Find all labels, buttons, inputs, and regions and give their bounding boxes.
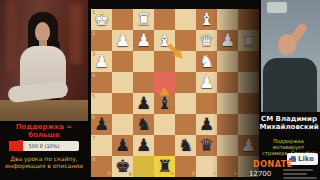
- piece-wP-f2[interactable]: ♟: [133, 30, 154, 51]
- donation-counter: 12700: [249, 170, 283, 178]
- square-b3[interactable]: [217, 51, 238, 72]
- square-e2[interactable]: ♝: [154, 30, 175, 51]
- piece-bB-e5[interactable]: ♝: [154, 93, 175, 114]
- lessons-promo-line1: Два урока по скайпу,: [0, 155, 88, 162]
- streamer-title-line2: Михайловский: [258, 123, 320, 131]
- rank-label-7: 7: [92, 136, 95, 141]
- square-b8[interactable]: b: [217, 156, 238, 177]
- square-f4[interactable]: [133, 72, 154, 93]
- square-c1[interactable]: ♝: [196, 9, 217, 30]
- square-f5[interactable]: ♟: [133, 93, 154, 114]
- rank-label-5: 5: [92, 94, 95, 99]
- piece-wP-c4[interactable]: ♟: [196, 72, 217, 93]
- square-d6[interactable]: [175, 114, 196, 135]
- rank-label-8: 8: [92, 157, 95, 162]
- square-f1[interactable]: ♜: [133, 9, 154, 30]
- rank-label-4: 4: [92, 73, 95, 78]
- file-label-b: b: [234, 171, 237, 176]
- piece-wR-f1[interactable]: ♜: [133, 9, 154, 30]
- square-g2[interactable]: ♟: [112, 30, 133, 51]
- square-g5[interactable]: [112, 93, 133, 114]
- piece-bP-c6[interactable]: ♟: [196, 114, 217, 135]
- piece-bR-e8[interactable]: ♜: [154, 156, 175, 177]
- square-f2[interactable]: ♟: [133, 30, 154, 51]
- square-b1[interactable]: [217, 9, 238, 30]
- square-f6[interactable]: ♞: [133, 114, 154, 135]
- square-f7[interactable]: ♟: [133, 135, 154, 156]
- lessons-promo: Два урока по скайпу, информация в описан…: [0, 155, 88, 169]
- piece-bQ-c7[interactable]: ♛: [196, 135, 217, 156]
- square-c6[interactable]: ♟: [196, 114, 217, 135]
- square-d8[interactable]: d: [175, 156, 196, 177]
- square-f3[interactable]: [133, 51, 154, 72]
- square-b4[interactable]: [217, 72, 238, 93]
- streamer-title-line1: СМ Владимир: [258, 115, 320, 123]
- square-d1[interactable]: [175, 9, 196, 30]
- piece-wR-a2[interactable]: ♜: [238, 30, 259, 51]
- square-h8[interactable]: 8h: [91, 156, 112, 177]
- square-h5[interactable]: 5: [91, 93, 112, 114]
- opponent-webcam: [0, 0, 88, 121]
- donation-progress-bar: 500 ₽ (10%): [9, 141, 79, 151]
- square-a7[interactable]: ♟: [238, 135, 259, 156]
- square-h3[interactable]: 3♟: [91, 51, 112, 72]
- square-h1[interactable]: 1♚: [91, 9, 112, 30]
- piece-bN-d7[interactable]: ♞: [175, 135, 196, 156]
- square-e6[interactable]: [154, 114, 175, 135]
- square-b7[interactable]: [217, 135, 238, 156]
- square-d5[interactable]: [175, 93, 196, 114]
- file-label-d: d: [192, 171, 195, 176]
- background-curtain: [6, 0, 16, 70]
- table-edge: [0, 100, 88, 121]
- square-b2[interactable]: ♟: [217, 30, 238, 51]
- square-a6[interactable]: [238, 114, 259, 135]
- piece-wB-e2[interactable]: ♝: [154, 30, 175, 51]
- square-e7[interactable]: [154, 135, 175, 156]
- square-g8[interactable]: g♚: [112, 156, 133, 177]
- piece-bP-g7[interactable]: ♟: [112, 135, 133, 156]
- square-h2[interactable]: 2: [91, 30, 112, 51]
- background-window: [267, 2, 287, 13]
- like-label: Like: [298, 155, 314, 163]
- stream-scene: Поддержка = больше Титульников 500 ₽ (10…: [0, 0, 320, 180]
- square-e3[interactable]: [154, 51, 175, 72]
- square-a3[interactable]: [238, 51, 259, 72]
- piece-bP-f5[interactable]: ♟: [133, 93, 154, 114]
- piece-wP-a7[interactable]: ♟: [238, 135, 259, 156]
- square-e1[interactable]: [154, 9, 175, 30]
- streamer-torso: [263, 58, 317, 112]
- square-e4[interactable]: [154, 72, 175, 93]
- square-e8[interactable]: e♜: [154, 156, 175, 177]
- chess-board[interactable]: 1♚♜♝2♟♟♝♛♟♜3♟♞4♟5♟♝6♟♞♟7♟♟♞♛♟8hg♚fe♜dcba: [91, 9, 259, 177]
- square-a4[interactable]: [238, 72, 259, 93]
- piece-wB-c1[interactable]: ♝: [196, 9, 217, 30]
- piece-bP-h6[interactable]: ♟: [91, 114, 112, 135]
- piece-wN-c3[interactable]: ♞: [196, 51, 217, 72]
- square-d2[interactable]: [175, 30, 196, 51]
- streamer-name: СМ Владимир Михайловский: [258, 115, 320, 131]
- square-a2[interactable]: ♜: [238, 30, 259, 51]
- square-f8[interactable]: f: [133, 156, 154, 177]
- square-d7[interactable]: ♞: [175, 135, 196, 156]
- square-b5[interactable]: [217, 93, 238, 114]
- square-g3[interactable]: [112, 51, 133, 72]
- piece-bP-f7[interactable]: ♟: [133, 135, 154, 156]
- square-g1[interactable]: [112, 9, 133, 30]
- streamer-webcam: [261, 0, 320, 112]
- support-banner-line1: Поддержка = больше: [0, 123, 88, 139]
- chat-line: [283, 169, 313, 171]
- square-c8[interactable]: c: [196, 156, 217, 177]
- streamer-face: [278, 34, 296, 55]
- opponent-face: [35, 22, 50, 42]
- square-e5[interactable]: ♝: [154, 93, 175, 114]
- square-g4[interactable]: [112, 72, 133, 93]
- square-b6[interactable]: [217, 114, 238, 135]
- square-g7[interactable]: ♟: [112, 135, 133, 156]
- file-label-f: f: [151, 171, 153, 176]
- square-c7[interactable]: ♛: [196, 135, 217, 156]
- square-h7[interactable]: 7: [91, 135, 112, 156]
- square-c2[interactable]: ♛: [196, 30, 217, 51]
- piece-wQ-c2[interactable]: ♛: [196, 30, 217, 51]
- square-h4[interactable]: 4: [91, 72, 112, 93]
- square-h6[interactable]: 6♟: [91, 114, 112, 135]
- square-c5[interactable]: [196, 93, 217, 114]
- donation-progress-text: 500 ₽ (10%): [9, 143, 79, 149]
- piece-wP-h3[interactable]: ♟: [91, 51, 112, 72]
- rank-label-2: 2: [92, 31, 95, 36]
- piece-wP-g2[interactable]: ♟: [112, 30, 133, 51]
- piece-wP-b2[interactable]: ♟: [217, 30, 238, 51]
- chat-line: [283, 177, 317, 179]
- background-curtain: [70, 4, 82, 64]
- square-c4[interactable]: ♟: [196, 72, 217, 93]
- donate-button[interactable]: DONATE: [253, 160, 297, 169]
- chat-line: [283, 173, 307, 175]
- square-d4[interactable]: [175, 72, 196, 93]
- square-c3[interactable]: ♞: [196, 51, 217, 72]
- piece-bN-f6[interactable]: ♞: [133, 114, 154, 135]
- support-message-line1: Поддержка мотивирует: [257, 138, 320, 150]
- square-a1[interactable]: [238, 9, 259, 30]
- file-label-h: h: [108, 171, 111, 176]
- square-g6[interactable]: [112, 114, 133, 135]
- piece-wK-h1[interactable]: ♚: [91, 9, 112, 30]
- file-label-c: c: [213, 171, 216, 176]
- piece-bK-g8[interactable]: ♚: [112, 156, 133, 177]
- square-d3[interactable]: [175, 51, 196, 72]
- square-a5[interactable]: [238, 93, 259, 114]
- lessons-promo-line2: информация в описании: [0, 162, 88, 169]
